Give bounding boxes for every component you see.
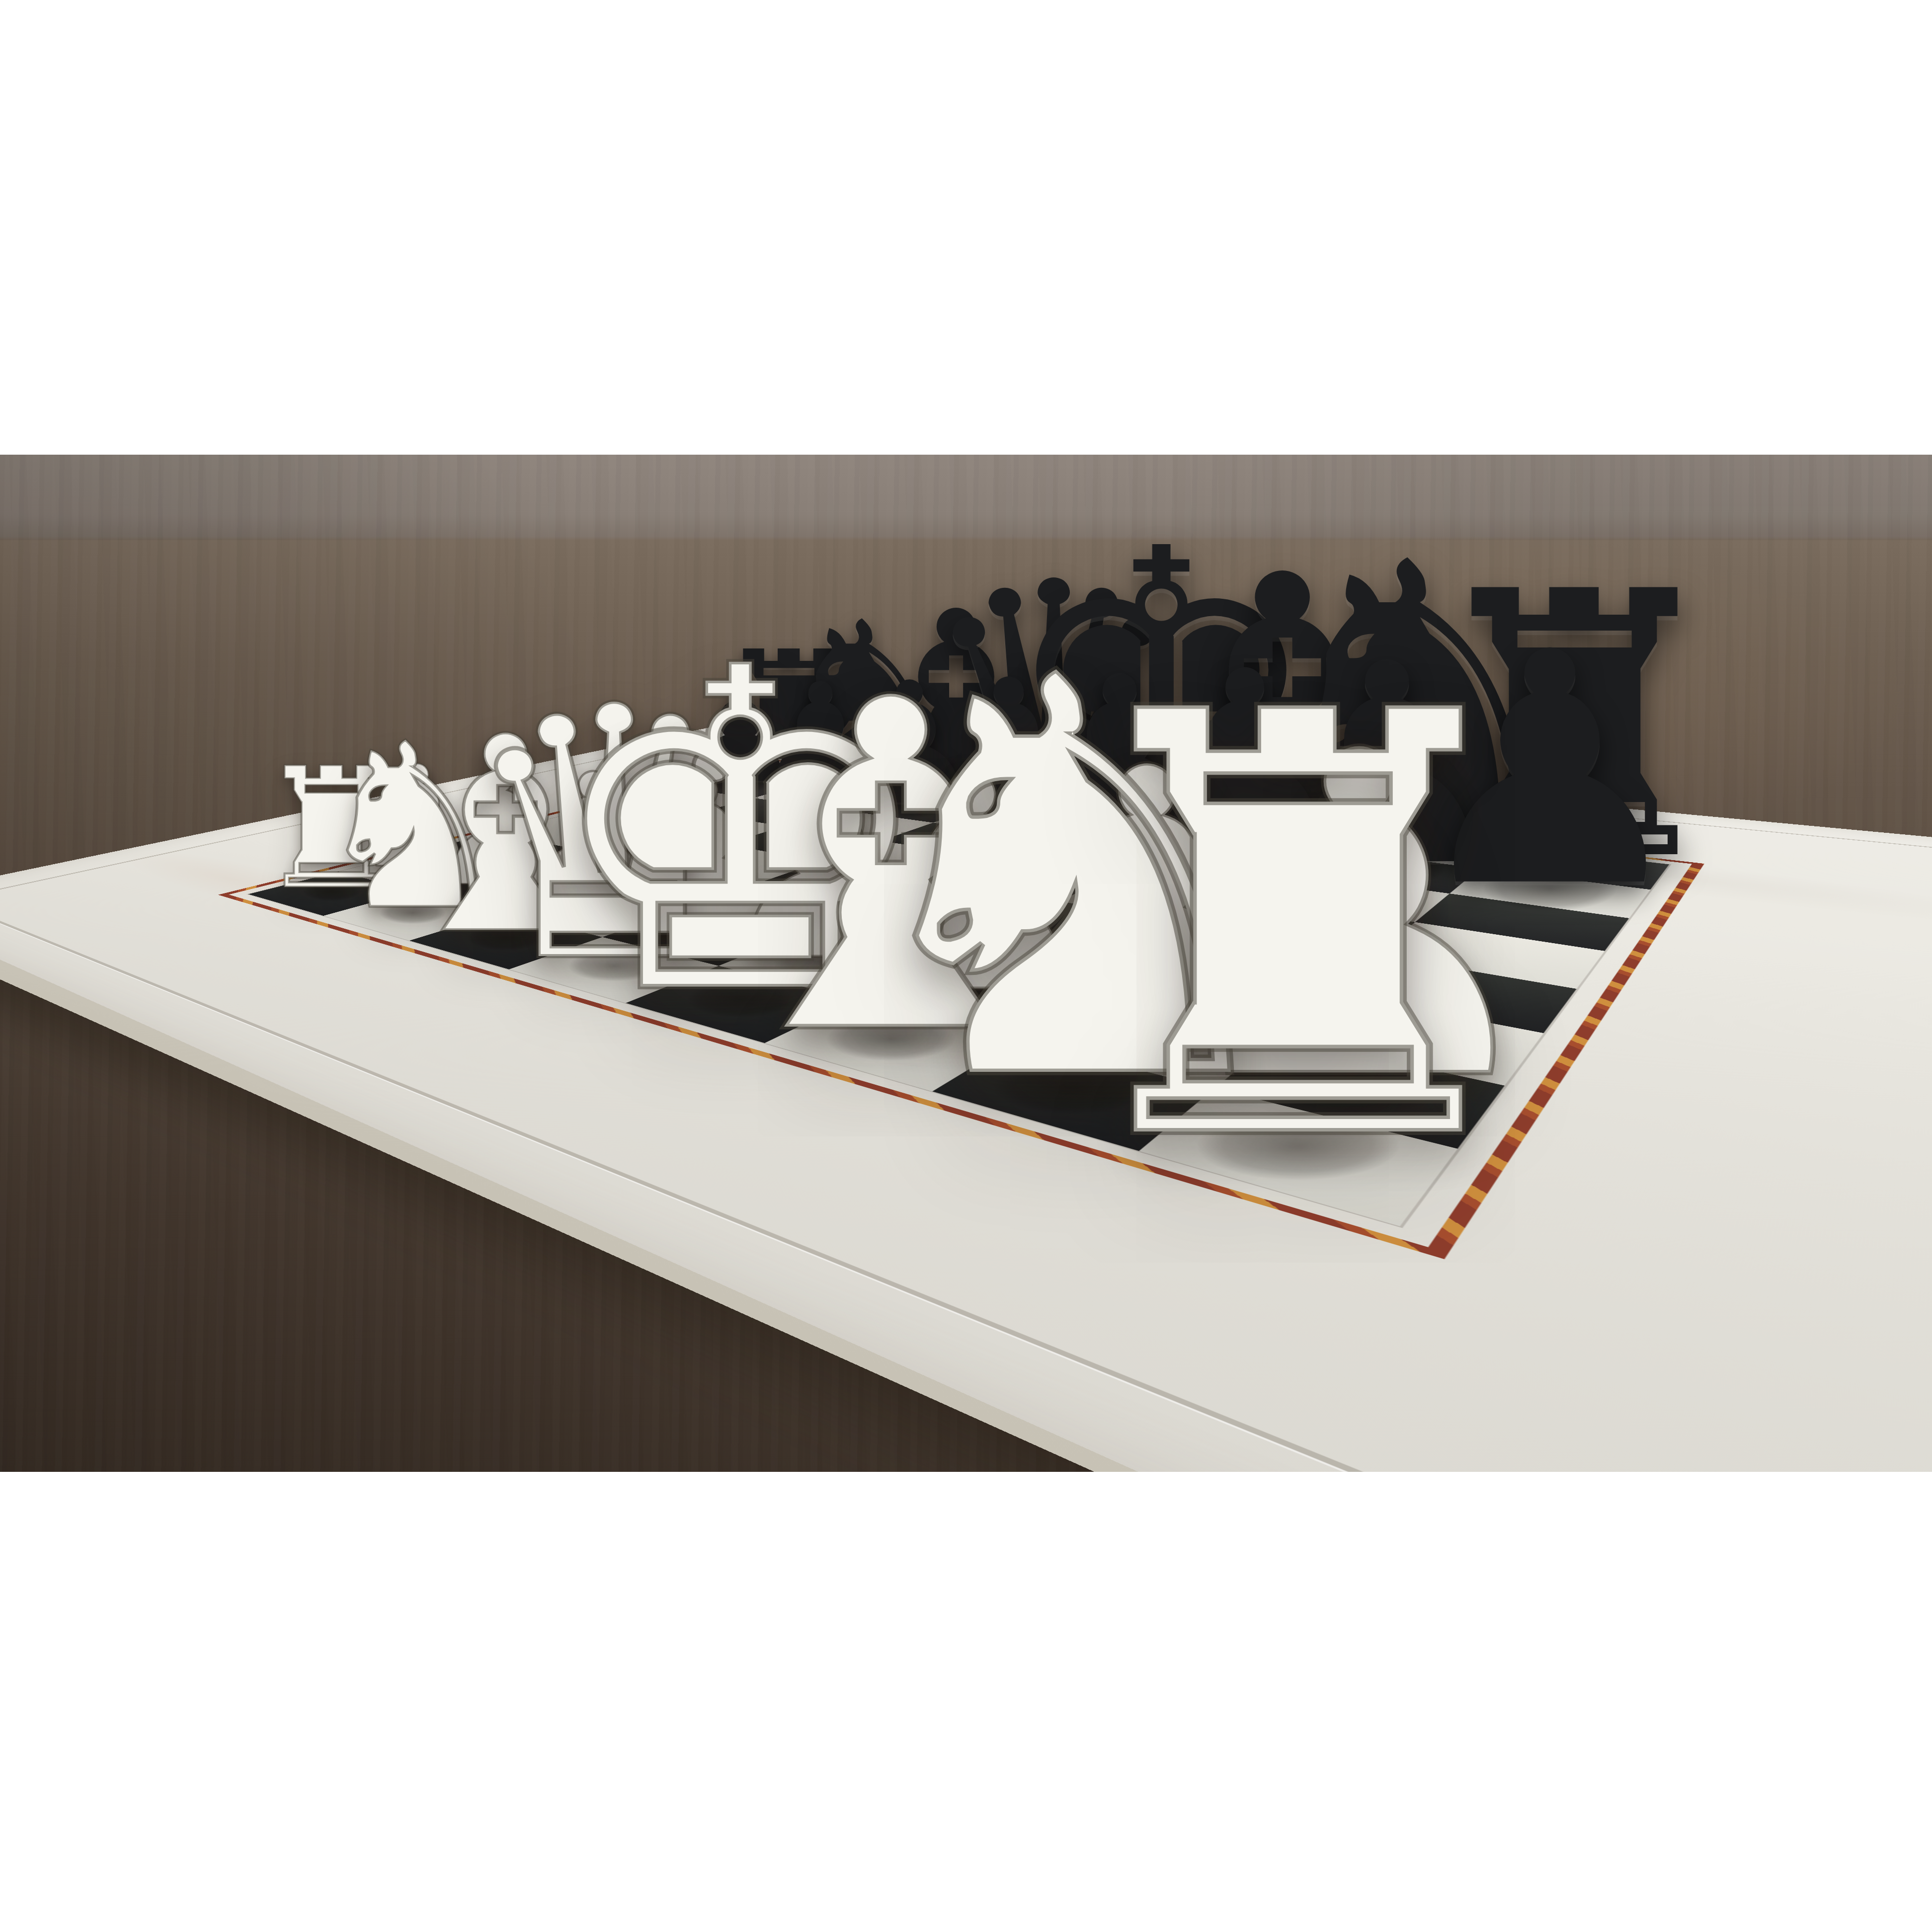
white-margin-top	[0, 0, 1932, 455]
photo-of-marble-chess-set: { "game": "chess", "description": "White…	[0, 0, 1932, 1932]
piece-white-rook-h1[interactable]: ♜	[1037, 638, 1559, 1221]
white-margin-bottom	[0, 1472, 1932, 1932]
